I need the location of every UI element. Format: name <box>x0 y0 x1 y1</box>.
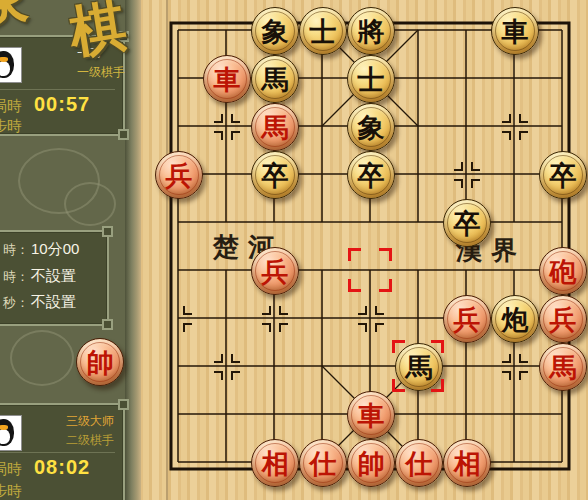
panel-corner-ornament <box>118 129 129 140</box>
panel-corner-ornament <box>118 399 129 410</box>
piece-black-advisor[interactable]: 士 <box>299 7 347 55</box>
piece-black-soldier[interactable]: 卒 <box>443 199 491 247</box>
panel-divider <box>0 89 115 90</box>
piece-red-soldier[interactable]: 兵 <box>539 295 587 343</box>
piece-black-horse[interactable]: 馬 <box>395 343 443 391</box>
setting-game-time: 時：10分00 <box>3 240 79 259</box>
top-player-avatar[interactable] <box>0 47 22 83</box>
qq-penguin-icon <box>0 419 14 446</box>
piece-black-soldier[interactable]: 卒 <box>251 151 299 199</box>
piece-red-chariot[interactable]: 車 <box>203 55 251 103</box>
top-player-step-timer: 步時 <box>0 117 22 136</box>
piece-red-advisor[interactable]: 仕 <box>395 439 443 487</box>
piece-black-elephant[interactable]: 象 <box>347 103 395 151</box>
bottom-player-game-timer: 局時08:02 <box>0 456 90 479</box>
piece-black-advisor[interactable]: 士 <box>347 55 395 103</box>
piece-black-general[interactable]: 將 <box>347 7 395 55</box>
piece-red-soldier[interactable]: 兵 <box>443 295 491 343</box>
setting-step-time: 時：不設置 <box>3 267 76 286</box>
game-window: 楚河 漢界 象士將車車馬士馬象兵卒卒卒卒兵砲兵炮兵馬馬車相仕帥仕相 象 棋 一刀… <box>0 0 588 500</box>
piece-red-soldier[interactable]: 兵 <box>251 247 299 295</box>
piece-black-soldier[interactable]: 卒 <box>347 151 395 199</box>
bottom-player-avatar[interactable] <box>0 415 22 451</box>
piece-red-elephant[interactable]: 相 <box>251 439 299 487</box>
sidebar-board-seam <box>125 0 141 500</box>
top-player-game-timer: 局時00:57 <box>0 93 90 116</box>
qq-penguin-icon <box>0 51 14 78</box>
piece-black-soldier[interactable]: 卒 <box>539 151 587 199</box>
game-time-value: 00:57 <box>34 93 90 115</box>
piece-red-elephant[interactable]: 相 <box>443 439 491 487</box>
piece-red-horse[interactable]: 馬 <box>251 103 299 151</box>
piece-red-advisor[interactable]: 仕 <box>299 439 347 487</box>
piece-black-cannon[interactable]: 炮 <box>491 295 539 343</box>
cloud-decoration <box>10 330 74 386</box>
panel-corner-ornament <box>102 226 113 237</box>
bottom-player-rank: 二级棋手 <box>66 432 114 449</box>
app-logo-char-xiang: 象 <box>0 0 30 38</box>
bottom-player-step-timer: 步時 <box>0 482 22 500</box>
time-settings-panel: 時：10分00 時：不設置 秒：不設置 <box>0 230 109 326</box>
bottom-player-name: 三级大师 <box>66 413 114 430</box>
side-indicator-piece: 帥 <box>76 338 124 386</box>
game-time-label: 局時 <box>0 460 22 477</box>
piece-black-chariot[interactable]: 車 <box>491 7 539 55</box>
cloud-decoration <box>64 182 116 226</box>
bottom-player-panel: 三级大师 二级棋手 局時08:02 步時 <box>0 403 125 500</box>
app-logo-char-qi: 棋 <box>64 0 131 72</box>
last-move-from-marker <box>348 248 392 292</box>
setting-countdown: 秒：不設置 <box>3 293 76 312</box>
piece-red-chariot[interactable]: 車 <box>347 391 395 439</box>
game-time-label: 局時 <box>0 97 22 114</box>
piece-black-horse[interactable]: 馬 <box>251 55 299 103</box>
piece-red-horse[interactable]: 馬 <box>539 343 587 391</box>
piece-red-cannon[interactable]: 砲 <box>539 247 587 295</box>
game-time-value: 08:02 <box>34 456 90 478</box>
piece-red-general[interactable]: 帥 <box>347 439 395 487</box>
piece-black-elephant[interactable]: 象 <box>251 7 299 55</box>
panel-divider <box>0 452 115 453</box>
piece-red-soldier[interactable]: 兵 <box>155 151 203 199</box>
panel-corner-ornament <box>102 319 113 330</box>
